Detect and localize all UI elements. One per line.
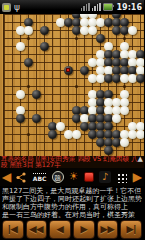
star-point xyxy=(123,85,126,88)
commentary-line: 声援了下边四子，同时还起到了扩张上边黑势 xyxy=(2,195,142,203)
nav-last-move-button[interactable]: ▶| xyxy=(120,220,142,239)
stop-icon[interactable] xyxy=(84,172,94,182)
prev-game-button[interactable]: ◀ xyxy=(2,170,11,184)
share-icon[interactable] xyxy=(16,172,27,183)
stone-white xyxy=(16,90,25,99)
stone-white xyxy=(120,106,129,115)
stone-black xyxy=(40,42,49,51)
status-left: ψ xyxy=(2,3,81,12)
stone-white xyxy=(128,26,137,35)
star-point xyxy=(27,85,30,88)
clock-text: 19:16 xyxy=(117,3,142,12)
sun-icon[interactable]: ☀ xyxy=(69,171,79,183)
last-move-marker xyxy=(66,68,70,72)
nav-back-1-button[interactable]: ◀ xyxy=(49,220,71,239)
stone-black xyxy=(80,66,89,75)
commentary-line: 是一石三鸟的好着。在对局当时，棋圣秀策 xyxy=(2,211,142,219)
nav-forward-1-button[interactable]: ▶ xyxy=(73,220,95,239)
stone-black xyxy=(16,114,25,123)
star-point xyxy=(27,133,30,136)
abc-toggle-icon[interactable]: ABC xyxy=(33,173,47,182)
grid-icon[interactable] xyxy=(116,172,127,183)
status-bar: ψ 19:16 xyxy=(0,0,144,14)
nav-back-10-button[interactable]: ◀◀ xyxy=(26,220,48,239)
toolbar: ◀ ABC 题 ☀ ♪ ▶ xyxy=(0,168,144,186)
star-point xyxy=(75,85,78,88)
battery-icon xyxy=(103,3,113,11)
app-screen: ψ 19:16 耳赤的名局 |(黑)安田秀策 四段 VS 幻庵因硕 八 段 黑胜… xyxy=(0,0,144,240)
star-point xyxy=(123,37,126,40)
star-point xyxy=(27,37,30,40)
stone-white xyxy=(56,122,65,131)
stone-white xyxy=(120,138,129,147)
stone-black xyxy=(64,66,73,75)
go-board[interactable] xyxy=(0,14,144,156)
usb-icon: ψ xyxy=(14,3,20,12)
nav-first-move-button[interactable]: |◀ xyxy=(2,220,24,239)
stone-white xyxy=(16,42,25,51)
stone-black xyxy=(48,130,57,139)
stone-white xyxy=(112,114,121,123)
stone-black xyxy=(32,90,41,99)
stone-black xyxy=(32,114,41,123)
move-nav-bar: |◀ ◀◀ ◀ ▶ ▶▶ ▶| xyxy=(0,219,144,240)
stone-black xyxy=(40,26,49,35)
stone-white xyxy=(136,130,145,139)
stone-black xyxy=(96,34,105,43)
stone-white xyxy=(88,26,97,35)
stone-white xyxy=(24,26,33,35)
data-signal-icon xyxy=(81,3,90,11)
stone-black xyxy=(104,146,113,155)
commentary-line: 和限制白方中腹势力的作用，真可称得上 xyxy=(2,203,142,211)
game-title-marquee[interactable]: 耳赤的名局 |(黑)安田秀策 四段 VS 幻庵因硕 八 段 黑胜3目 第127手… xyxy=(0,156,144,168)
commentary-line: 黑127二间关，是大局观卓越的一手！它不但 xyxy=(2,187,142,195)
next-game-button[interactable]: ▶ xyxy=(133,170,142,184)
stone-black xyxy=(24,58,33,67)
nav-forward-10-button[interactable]: ▶▶ xyxy=(97,220,119,239)
stone-white xyxy=(72,130,81,139)
status-right: 19:16 xyxy=(81,3,142,12)
signal-icon xyxy=(92,3,101,11)
expand-arrow-icon[interactable]: ▲ xyxy=(138,156,143,163)
stone-black xyxy=(136,74,145,83)
music-note-icon[interactable]: ♪ xyxy=(99,171,111,183)
topic-badge-icon[interactable]: 题 xyxy=(52,171,64,183)
star-point xyxy=(75,37,78,40)
notification-icon xyxy=(2,3,11,12)
